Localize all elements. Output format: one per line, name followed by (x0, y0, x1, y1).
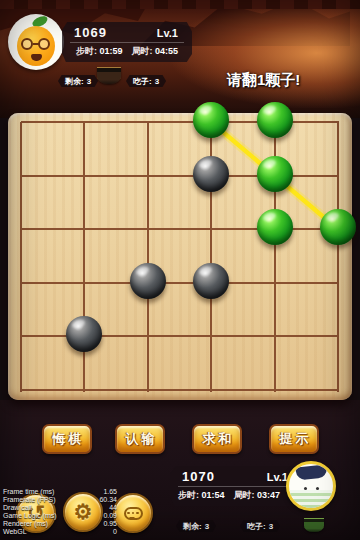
chat-button[interactable] (113, 493, 153, 533)
game-screen: 1069 Lv.1 步时: 01:59 局时: 04:55 剩余:3 吃子:3 … (0, 0, 360, 540)
top-beam-decor (0, 0, 360, 9)
green-piece[interactable] (320, 209, 356, 245)
green-piece[interactable] (257, 209, 293, 245)
top-step-time: 步时: 01:59 (76, 45, 123, 58)
top-player-score: 1069 (74, 25, 107, 40)
green-piece[interactable] (193, 102, 229, 138)
eye-decor (304, 487, 307, 490)
glasses-left-decor (21, 38, 33, 50)
bottom-remaining-pill: 剩余:3 (176, 520, 216, 532)
turn-banner: 请翻1颗子! (227, 71, 300, 90)
green-piece[interactable] (257, 156, 293, 192)
settings-button[interactable]: ⚙ (63, 492, 103, 532)
bottom-step-time: 步时: 01:54 (178, 489, 225, 502)
grid-line-vertical (20, 122, 22, 392)
grid-line-vertical (337, 122, 339, 392)
panel-divider (70, 42, 184, 43)
black-piece[interactable] (193, 263, 229, 299)
undo-arrow-icon: ↺ (27, 501, 45, 525)
glasses-bridge-decor (33, 43, 39, 45)
top-player-avatar[interactable] (8, 14, 64, 70)
undo-button[interactable]: 悔棋 (42, 424, 92, 454)
grid-line-vertical (147, 122, 149, 392)
bottom-player-level: Lv.1 (267, 471, 288, 483)
top-player-level: Lv.1 (157, 27, 178, 39)
game-board[interactable] (8, 113, 352, 400)
black-piece[interactable] (193, 156, 229, 192)
grid-line-horizontal (21, 389, 339, 391)
sunset-glow (170, 8, 360, 108)
gear-icon: ⚙ (74, 500, 93, 524)
top-round-time: 局时: 04:55 (132, 45, 179, 58)
bottom-player-avatar[interactable] (286, 461, 336, 511)
black-piece[interactable] (130, 263, 166, 299)
last-move-path-line (21, 122, 339, 392)
resign-button[interactable]: 认输 (115, 424, 165, 454)
top-capture-pill: 吃子:3 (126, 75, 166, 87)
scholar-cap-decor (295, 464, 327, 480)
top-player-panel: 1069 Lv.1 步时: 01:59 局时: 04:55 (62, 22, 192, 62)
bottom-round-time: 局时: 03:47 (234, 489, 281, 502)
bottom-capture-pill: 吃子:3 (240, 520, 280, 532)
black-pieces-bowl-icon (97, 67, 121, 84)
robe-stripes-decor (289, 490, 333, 508)
hint-button[interactable]: 提示 (269, 424, 319, 454)
grid-lines (21, 122, 339, 392)
grid-line-horizontal (21, 282, 339, 284)
top-remaining-pill: 剩余:3 (58, 75, 98, 87)
green-piece[interactable] (257, 102, 293, 138)
eye-decor (316, 487, 319, 490)
chat-bubble-icon (124, 507, 143, 520)
glasses-right-decor (38, 38, 50, 50)
replay-button[interactable]: ↺ (16, 493, 56, 533)
draw-button[interactable]: 求和 (192, 424, 242, 454)
green-pieces-bowl-icon (304, 518, 324, 532)
bottom-player-score: 1070 (182, 469, 215, 484)
